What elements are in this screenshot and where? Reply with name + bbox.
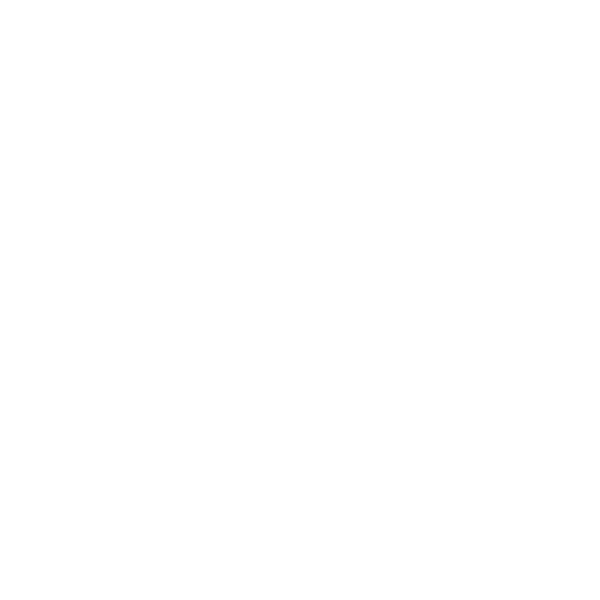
screenshot-canvas	[0, 0, 600, 600]
